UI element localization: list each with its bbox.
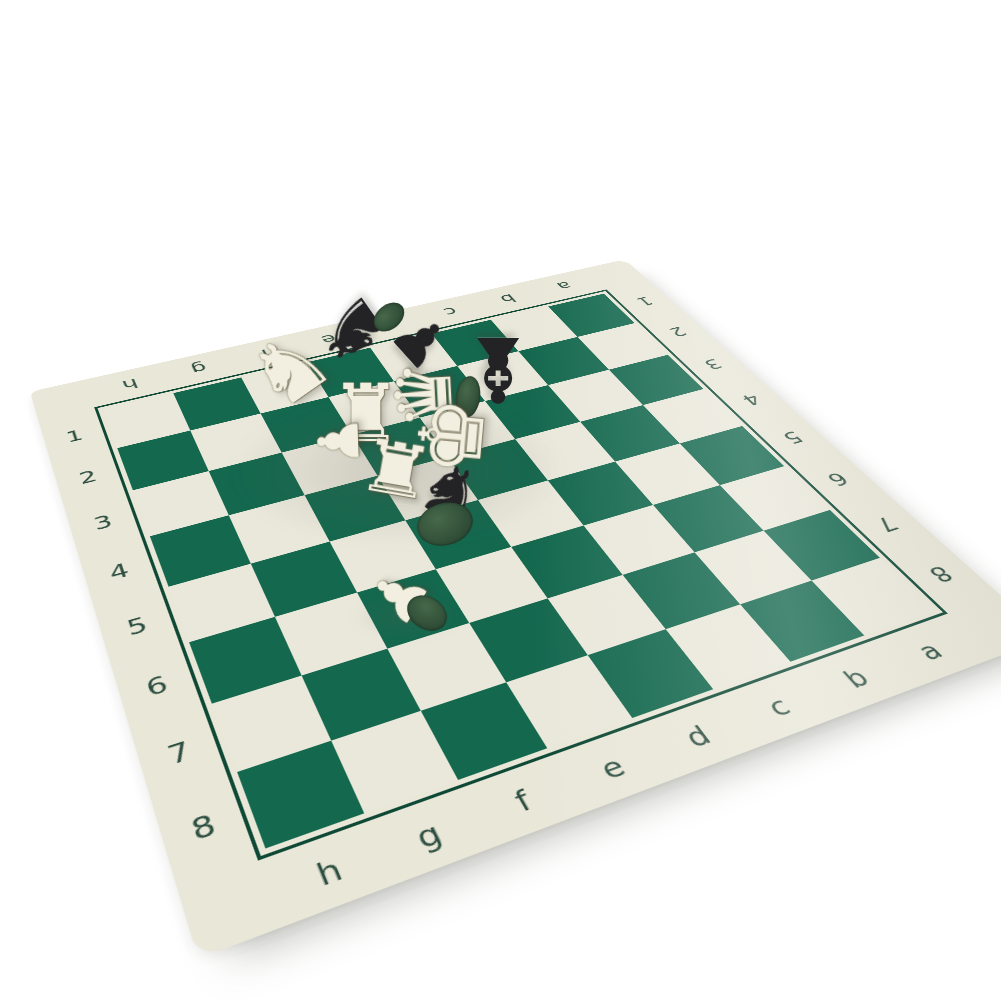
loose-pieces-layer: ♞♟♞♝♛♜♚♟♜♞♟ xyxy=(0,0,1001,1001)
product-photo-stage: hgfedcba hgfedcba 12345678 12345678 ♞♟♞♝… xyxy=(0,0,1001,1001)
